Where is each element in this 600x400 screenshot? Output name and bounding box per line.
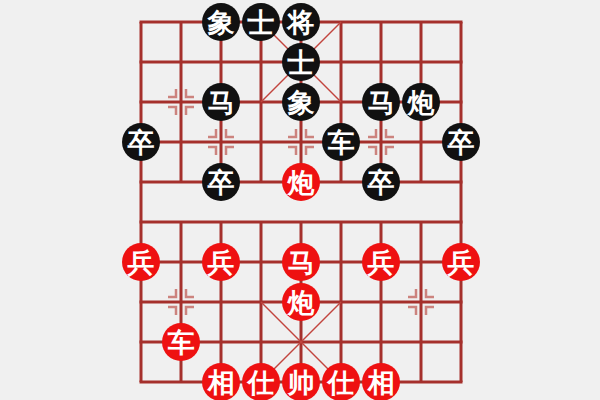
piece-black-horse[interactable]: 马 — [362, 83, 400, 121]
piece-black-chariot[interactable]: 车 — [322, 123, 360, 161]
piece-black-advisor[interactable]: 士 — [242, 3, 280, 41]
board-stage: 象士将士马象马炮卒车卒卒卒炮兵兵马兵兵炮车相仕帅仕相 — [0, 0, 600, 400]
piece-red-elephant[interactable]: 相 — [202, 363, 240, 400]
piece-red-cannon[interactable]: 炮 — [282, 283, 320, 321]
piece-black-advisor[interactable]: 士 — [282, 43, 320, 81]
piece-red-pawn[interactable]: 兵 — [442, 243, 480, 281]
piece-black-king[interactable]: 将 — [282, 3, 320, 41]
piece-red-elephant[interactable]: 相 — [362, 363, 400, 400]
piece-black-cannon[interactable]: 炮 — [402, 83, 440, 121]
piece-black-pawn[interactable]: 卒 — [442, 123, 480, 161]
piece-black-pawn[interactable]: 卒 — [362, 163, 400, 201]
piece-black-elephant[interactable]: 象 — [202, 3, 240, 41]
piece-red-chariot[interactable]: 车 — [162, 323, 200, 361]
piece-black-horse[interactable]: 马 — [202, 83, 240, 121]
piece-black-pawn[interactable]: 卒 — [122, 123, 160, 161]
piece-red-cannon[interactable]: 炮 — [282, 163, 320, 201]
piece-red-king[interactable]: 帅 — [282, 363, 320, 400]
piece-red-horse[interactable]: 马 — [282, 243, 320, 281]
piece-red-advisor[interactable]: 仕 — [242, 363, 280, 400]
piece-red-pawn[interactable]: 兵 — [362, 243, 400, 281]
piece-red-pawn[interactable]: 兵 — [202, 243, 240, 281]
piece-black-pawn[interactable]: 卒 — [202, 163, 240, 201]
piece-red-pawn[interactable]: 兵 — [122, 243, 160, 281]
piece-red-advisor[interactable]: 仕 — [322, 363, 360, 400]
piece-black-elephant[interactable]: 象 — [282, 83, 320, 121]
